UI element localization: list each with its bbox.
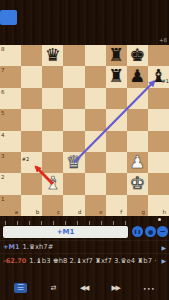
- minus-button[interactable]: −: [157, 226, 168, 237]
- square-h5[interactable]: [148, 109, 169, 130]
- square-f1[interactable]: [106, 195, 127, 216]
- dot-icon: ●: [148, 228, 153, 235]
- square-c3[interactable]: [42, 152, 63, 173]
- piece-white-king: ♚: [129, 175, 145, 193]
- square-g2[interactable]: ♚: [127, 173, 148, 194]
- square-c6[interactable]: [42, 88, 63, 109]
- engine-line-2[interactable]: -62.70 1.♝b3 ♚h8 2.♝xf7 ♜xf7 3.♛e4 ♜b7 ·…: [0, 253, 169, 267]
- file-label: d: [78, 209, 82, 215]
- square-d5[interactable]: [63, 109, 84, 130]
- square-d2[interactable]: [63, 173, 84, 194]
- engine-line-2-eval: -62.70: [3, 257, 26, 265]
- square-h3[interactable]: [148, 152, 169, 173]
- engine-control-row: +M1 ❚❚ ● −: [0, 216, 169, 240]
- square-g5[interactable]: [127, 109, 148, 130]
- file-label: g: [141, 209, 145, 215]
- square-c7[interactable]: [42, 66, 63, 87]
- rank-label: 1: [1, 196, 5, 202]
- square-b6[interactable]: [21, 88, 42, 109]
- square-f7[interactable]: ♜: [106, 66, 127, 87]
- square-d3[interactable]: ♛: [63, 152, 84, 173]
- engine-line-1-moves: 1.♛xh7#: [22, 243, 53, 251]
- square-e4[interactable]: [85, 131, 106, 152]
- square-c1[interactable]: [42, 195, 63, 216]
- square-e2[interactable]: [85, 173, 106, 194]
- engine-line-1[interactable]: +M1 1.♛xh7# ▶: [0, 240, 169, 253]
- square-g8[interactable]: ♚: [127, 45, 148, 66]
- square-d4[interactable]: [63, 131, 84, 152]
- square-h4[interactable]: [148, 131, 169, 152]
- dot-button[interactable]: ●: [145, 226, 156, 237]
- rank-label: 6: [1, 89, 5, 95]
- square-c5[interactable]: [42, 109, 63, 130]
- square-h6[interactable]: [148, 88, 169, 109]
- piece-black-pawn: ♟: [129, 68, 145, 86]
- notification-icon: [0, 10, 17, 25]
- rank-label: 5: [1, 110, 5, 116]
- square-e5[interactable]: [85, 109, 106, 130]
- engine-line-2-moves: 1.♝b3 ♚h8 2.♝xf7 ♜xf7 3.♛e4 ♜b7 ·: [29, 257, 156, 265]
- square-f5[interactable]: [106, 109, 127, 130]
- play-line-1-icon[interactable]: ▶: [161, 244, 166, 251]
- square-g7[interactable]: ♟: [127, 66, 148, 87]
- rank-label: 7: [1, 67, 5, 73]
- square-c4[interactable]: [42, 131, 63, 152]
- pause-button[interactable]: ❚❚: [132, 226, 143, 237]
- square-d8[interactable]: [63, 45, 84, 66]
- play-line-2-icon[interactable]: ▶: [161, 257, 166, 264]
- chess-board: ♛♜♚♜♟♝♛♟♝♚ #1#2 87654321abcdefgh: [0, 45, 169, 216]
- move-list-button[interactable]: ☰: [14, 283, 27, 293]
- square-f2[interactable]: [106, 173, 127, 194]
- loop-button[interactable]: ⇄: [51, 284, 57, 292]
- square-e7[interactable]: [85, 66, 106, 87]
- piece-white-bishop: ♝: [45, 175, 61, 193]
- piece-black-rook: ♜: [108, 68, 124, 86]
- piece-black-bishop: ♝: [151, 68, 167, 86]
- file-label: c: [57, 209, 60, 215]
- square-h7[interactable]: ♝: [148, 66, 169, 87]
- square-f6[interactable]: [106, 88, 127, 109]
- square-e8[interactable]: [85, 45, 106, 66]
- square-b5[interactable]: [21, 109, 42, 130]
- square-h8[interactable]: [148, 45, 169, 66]
- rank-label: 2: [1, 174, 5, 180]
- piece-black-queen: ♛: [45, 47, 61, 65]
- file-label: f: [120, 209, 122, 215]
- square-d6[interactable]: [63, 88, 84, 109]
- square-g3[interactable]: ♟: [127, 152, 148, 173]
- rank-label: 3: [1, 153, 5, 159]
- piece-white-pawn: ♟: [129, 154, 145, 172]
- rank-label: 8: [1, 46, 5, 52]
- square-f3[interactable]: [106, 152, 127, 173]
- rank-label: 4: [1, 132, 5, 138]
- material-badge: +8: [159, 37, 167, 43]
- file-label: a: [15, 209, 18, 215]
- square-b7[interactable]: [21, 66, 42, 87]
- pause-icon: ❚❚: [134, 229, 142, 234]
- file-label: b: [36, 209, 40, 215]
- square-f8[interactable]: ♜: [106, 45, 127, 66]
- chess-analysis-app: +8 ♛♜♚♜♟♝♛♟♝♚ #1#2 87654321abcdefgh +M1 …: [0, 0, 169, 300]
- board-grid: ♛♜♚♜♟♝♛♟♝♚: [0, 45, 169, 216]
- bottom-toolbar: ☰ ⇄ ◀◀ ▶▶ •••: [0, 276, 169, 300]
- square-c2[interactable]: ♝: [42, 173, 63, 194]
- square-d7[interactable]: [63, 66, 84, 87]
- piece-white-queen: ♛: [66, 154, 82, 172]
- square-g4[interactable]: [127, 131, 148, 152]
- file-label: h: [163, 209, 167, 215]
- square-b4[interactable]: [21, 131, 42, 152]
- square-e3[interactable]: [85, 152, 106, 173]
- piece-black-king: ♚: [129, 47, 145, 65]
- square-c8[interactable]: ♛: [42, 45, 63, 66]
- engine-line-1-eval: +M1: [3, 243, 19, 251]
- square-g6[interactable]: [127, 88, 148, 109]
- square-h2[interactable]: [148, 173, 169, 194]
- piece-black-rook: ♜: [108, 47, 124, 65]
- eval-slider-label: +M1: [57, 228, 75, 236]
- forward-button[interactable]: ▶▶: [112, 284, 120, 292]
- eval-scale-ticks: [5, 221, 126, 225]
- file-label: e: [99, 209, 102, 215]
- square-b8[interactable]: [21, 45, 42, 66]
- more-button[interactable]: •••: [143, 285, 155, 292]
- square-b2[interactable]: [21, 173, 42, 194]
- eval-slider[interactable]: +M1: [3, 226, 128, 238]
- minus-icon: −: [159, 227, 166, 236]
- square-f4[interactable]: [106, 131, 127, 152]
- square-e6[interactable]: [85, 88, 106, 109]
- square-b3[interactable]: [21, 152, 42, 173]
- status-dot: [158, 218, 161, 221]
- back-button[interactable]: ◀◀: [80, 284, 88, 292]
